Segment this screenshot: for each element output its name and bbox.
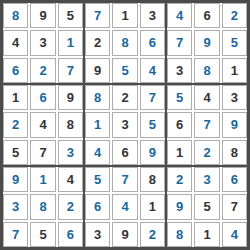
sudoku-cell-r6c2[interactable]: 7 [30,140,55,165]
sudoku-cell-r4c7[interactable]: 5 [167,85,192,110]
sudoku-cell-r2c6[interactable]: 6 [140,30,165,55]
sudoku-cell-r5c6[interactable]: 5 [140,112,165,137]
sudoku-cell-r1c8[interactable]: 6 [194,3,219,28]
sudoku-cell-r1c9[interactable]: 2 [222,3,247,28]
sudoku-cell-r8c8[interactable]: 5 [194,194,219,219]
sudoku-cell-r1c6[interactable]: 3 [140,3,165,28]
sudoku-cell-r3c4[interactable]: 9 [85,58,110,83]
sudoku-cell-r3c5[interactable]: 5 [112,58,137,83]
sudoku-cell-r5c7[interactable]: 6 [167,112,192,137]
sudoku-box-r3c1: 914382756 [3,167,83,247]
sudoku-cell-r3c3[interactable]: 7 [58,58,83,83]
sudoku-cell-r3c6[interactable]: 4 [140,58,165,83]
sudoku-cell-r4c8[interactable]: 4 [194,85,219,110]
sudoku-cell-r6c4[interactable]: 4 [85,140,110,165]
sudoku-cell-r9c2[interactable]: 5 [30,222,55,247]
sudoku-cell-r5c4[interactable]: 1 [85,112,110,137]
sudoku-cell-r7c8[interactable]: 3 [194,167,219,192]
sudoku-box-r1c1: 895431627 [3,3,83,83]
sudoku-cell-r4c1[interactable]: 1 [3,85,28,110]
sudoku-cell-r9c7[interactable]: 8 [167,222,192,247]
sudoku-box-r2c1: 169248573 [3,85,83,165]
sudoku-cell-r1c7[interactable]: 4 [167,3,192,28]
sudoku-cell-r2c4[interactable]: 2 [85,30,110,55]
sudoku-cell-r8c1[interactable]: 3 [3,194,28,219]
sudoku-cell-r9c9[interactable]: 4 [222,222,247,247]
sudoku-cell-r9c6[interactable]: 2 [140,222,165,247]
sudoku-cell-r8c2[interactable]: 8 [30,194,55,219]
sudoku-cell-r5c2[interactable]: 4 [30,112,55,137]
sudoku-cell-r8c9[interactable]: 7 [222,194,247,219]
sudoku-cell-r1c3[interactable]: 5 [58,3,83,28]
sudoku-cell-r9c4[interactable]: 3 [85,222,110,247]
sudoku-board: 8954316277132869544627953811692485738271… [0,0,250,250]
sudoku-cell-r5c3[interactable]: 8 [58,112,83,137]
sudoku-cell-r3c2[interactable]: 2 [30,58,55,83]
sudoku-cell-r7c7[interactable]: 2 [167,167,192,192]
sudoku-cell-r6c6[interactable]: 9 [140,140,165,165]
sudoku-cell-r6c5[interactable]: 6 [112,140,137,165]
sudoku-cell-r7c4[interactable]: 5 [85,167,110,192]
sudoku-box-r2c3: 543679128 [167,85,247,165]
sudoku-cell-r6c8[interactable]: 2 [194,140,219,165]
sudoku-cell-r7c1[interactable]: 9 [3,167,28,192]
sudoku-cell-r3c1[interactable]: 6 [3,58,28,83]
sudoku-box-r1c2: 713286954 [85,3,165,83]
sudoku-cell-r8c4[interactable]: 6 [85,194,110,219]
sudoku-cell-r7c6[interactable]: 8 [140,167,165,192]
sudoku-cell-r5c5[interactable]: 3 [112,112,137,137]
sudoku-page: 8954316277132869544627953811692485738271… [0,0,250,250]
sudoku-box-r3c2: 578641392 [85,167,165,247]
sudoku-cell-r3c9[interactable]: 1 [222,58,247,83]
sudoku-cell-r4c5[interactable]: 2 [112,85,137,110]
sudoku-cell-r2c3[interactable]: 1 [58,30,83,55]
sudoku-cell-r8c3[interactable]: 2 [58,194,83,219]
sudoku-cell-r5c8[interactable]: 7 [194,112,219,137]
sudoku-cell-r9c5[interactable]: 9 [112,222,137,247]
sudoku-cell-r2c8[interactable]: 9 [194,30,219,55]
sudoku-cell-r9c3[interactable]: 6 [58,222,83,247]
sudoku-cell-r6c3[interactable]: 3 [58,140,83,165]
sudoku-cell-r8c6[interactable]: 1 [140,194,165,219]
sudoku-cell-r4c9[interactable]: 3 [222,85,247,110]
sudoku-cell-r7c3[interactable]: 4 [58,167,83,192]
sudoku-cell-r9c8[interactable]: 1 [194,222,219,247]
sudoku-cell-r2c7[interactable]: 7 [167,30,192,55]
sudoku-cell-r8c7[interactable]: 9 [167,194,192,219]
sudoku-cell-r6c1[interactable]: 5 [3,140,28,165]
sudoku-cell-r2c9[interactable]: 5 [222,30,247,55]
sudoku-cell-r3c7[interactable]: 3 [167,58,192,83]
sudoku-cell-r7c2[interactable]: 1 [30,167,55,192]
sudoku-cell-r7c9[interactable]: 6 [222,167,247,192]
sudoku-cell-r6c9[interactable]: 8 [222,140,247,165]
sudoku-cell-r2c5[interactable]: 8 [112,30,137,55]
sudoku-box-r1c3: 462795381 [167,3,247,83]
sudoku-cell-r2c1[interactable]: 4 [3,30,28,55]
sudoku-cell-r9c1[interactable]: 7 [3,222,28,247]
sudoku-cell-r4c4[interactable]: 8 [85,85,110,110]
sudoku-cell-r4c2[interactable]: 6 [30,85,55,110]
sudoku-cell-r5c9[interactable]: 9 [222,112,247,137]
sudoku-cell-r1c4[interactable]: 7 [85,3,110,28]
sudoku-cell-r1c1[interactable]: 8 [3,3,28,28]
sudoku-box-r3c3: 236957814 [167,167,247,247]
sudoku-cell-r4c3[interactable]: 9 [58,85,83,110]
sudoku-cell-r2c2[interactable]: 3 [30,30,55,55]
sudoku-cell-r5c1[interactable]: 2 [3,112,28,137]
sudoku-cell-r4c6[interactable]: 7 [140,85,165,110]
sudoku-cell-r7c5[interactable]: 7 [112,167,137,192]
sudoku-cell-r1c5[interactable]: 1 [112,3,137,28]
sudoku-cell-r8c5[interactable]: 4 [112,194,137,219]
sudoku-box-r2c2: 827135469 [85,85,165,165]
sudoku-cell-r3c8[interactable]: 8 [194,58,219,83]
sudoku-cell-r1c2[interactable]: 9 [30,3,55,28]
sudoku-cell-r6c7[interactable]: 1 [167,140,192,165]
